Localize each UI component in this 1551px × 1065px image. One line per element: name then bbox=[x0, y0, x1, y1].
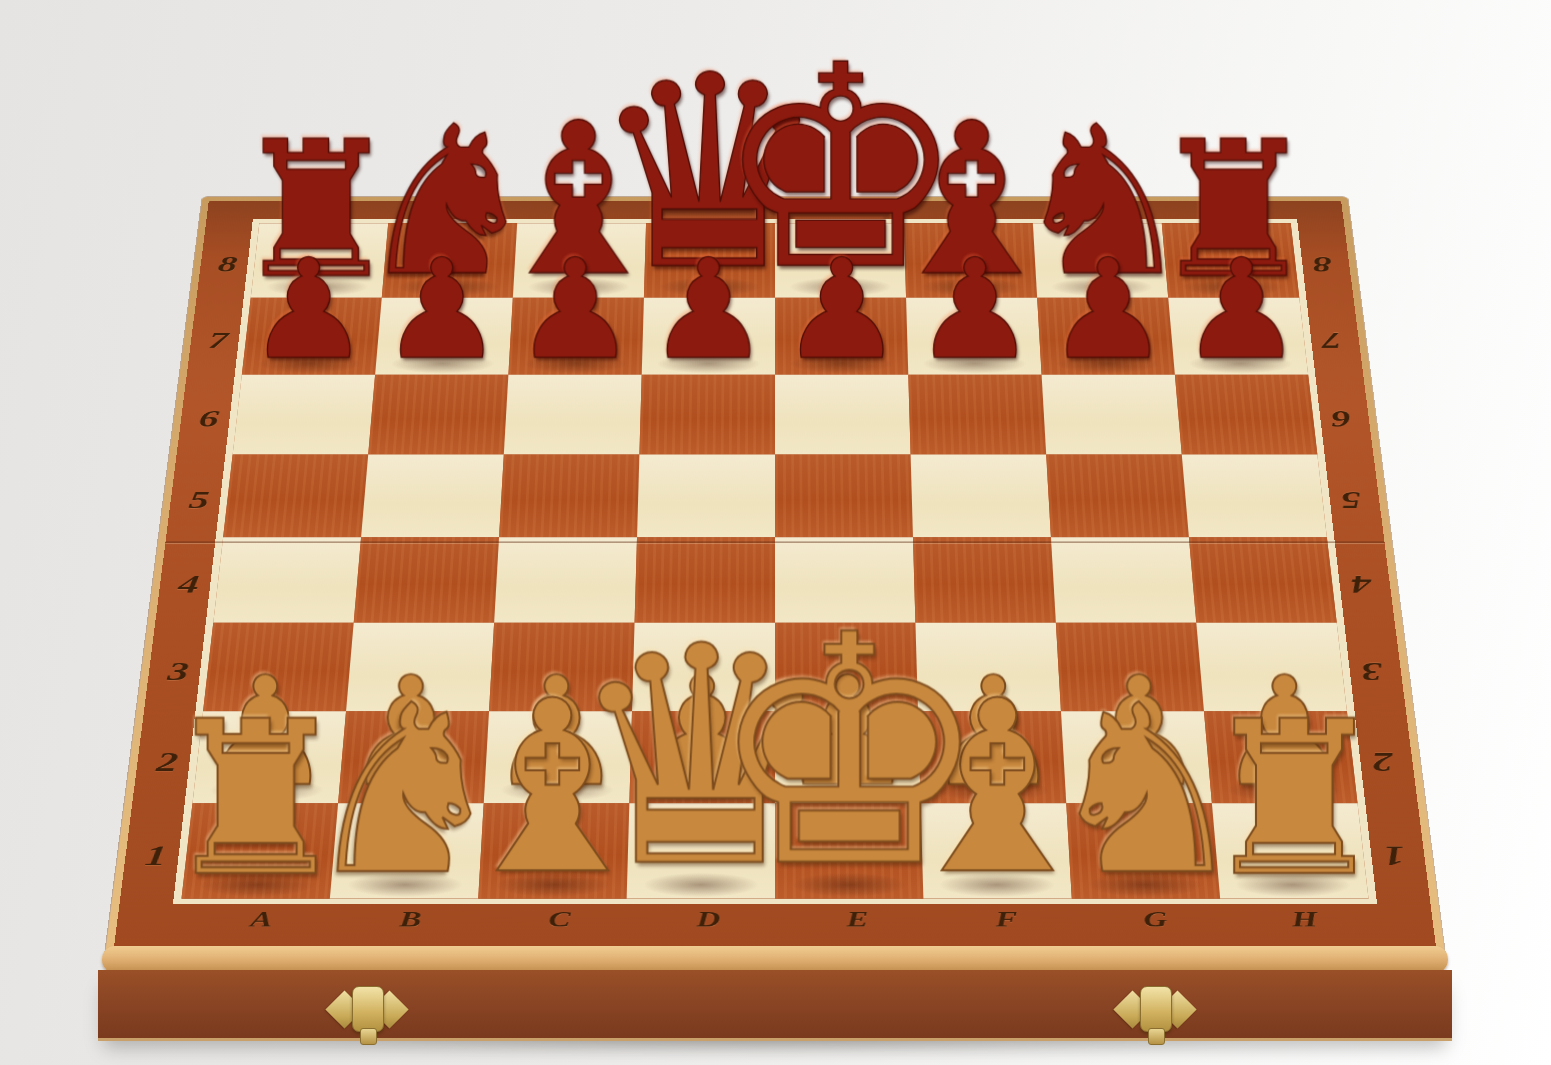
square-d7[interactable]: ♟ bbox=[642, 298, 775, 375]
piece-light-knight-g1[interactable]: ♞ bbox=[1042, 684, 1250, 898]
file-label-b: B bbox=[399, 907, 423, 931]
file-label-e: E bbox=[846, 907, 868, 931]
piece-light-knight-b1[interactable]: ♞ bbox=[300, 684, 508, 898]
piece-dark-pawn-d7[interactable]: ♟ bbox=[647, 247, 770, 374]
square-g4[interactable] bbox=[1051, 537, 1196, 623]
square-a7[interactable]: ♟ bbox=[242, 298, 382, 375]
square-h7[interactable]: ♟ bbox=[1168, 298, 1308, 375]
piece-dark-pawn-g7[interactable]: ♟ bbox=[1046, 247, 1169, 374]
square-g7[interactable]: ♟ bbox=[1037, 298, 1175, 375]
piece-light-king-e1[interactable]: ♚ bbox=[707, 606, 991, 897]
piece-dark-pawn-e7[interactable]: ♟ bbox=[780, 247, 903, 374]
file-labels: ABCDEFGH bbox=[185, 905, 1380, 934]
clasp-plate-icon bbox=[1140, 986, 1172, 1032]
square-c5[interactable] bbox=[499, 455, 639, 538]
clasp-hasp-icon bbox=[1148, 1028, 1165, 1045]
square-h4[interactable] bbox=[1189, 537, 1337, 623]
clasp-left bbox=[329, 986, 405, 1046]
square-g5[interactable] bbox=[1046, 455, 1189, 538]
square-b4[interactable] bbox=[354, 537, 499, 623]
square-g1[interactable]: ♞ bbox=[1066, 803, 1220, 898]
piece-dark-pawn-f7[interactable]: ♟ bbox=[913, 247, 1036, 374]
clasp-right bbox=[1117, 986, 1193, 1046]
rank-label-right-7: 7 bbox=[1320, 327, 1343, 353]
square-f6[interactable] bbox=[908, 375, 1046, 455]
square-f7[interactable]: ♟ bbox=[906, 298, 1042, 375]
board-front-face bbox=[98, 970, 1452, 1041]
rank-label-right-6: 6 bbox=[1330, 405, 1353, 432]
clasp-plate-icon bbox=[352, 986, 384, 1032]
piece-dark-pawn-b7[interactable]: ♟ bbox=[380, 247, 503, 374]
square-h5[interactable] bbox=[1182, 455, 1327, 538]
piece-dark-pawn-h7[interactable]: ♟ bbox=[1180, 247, 1303, 374]
square-e1[interactable]: ♚ bbox=[775, 803, 923, 898]
chess-board: ♜♞♝♛♚♝♞♜♟♟♟♟♟♟♟♟♟♟♟♟♟♟♟♟♜♞♝♛♚♝♞♜ ABCDEFG… bbox=[105, 197, 1445, 955]
mahogany-frame: ♜♞♝♛♚♝♞♜♟♟♟♟♟♟♟♟♟♟♟♟♟♟♟♟♜♞♝♛♚♝♞♜ ABCDEFG… bbox=[114, 201, 1437, 950]
square-b6[interactable] bbox=[368, 375, 508, 455]
rank-label-left-5: 5 bbox=[187, 486, 210, 514]
rank-label-left-7: 7 bbox=[207, 327, 230, 353]
square-h6[interactable] bbox=[1175, 375, 1317, 455]
piece-dark-pawn-c7[interactable]: ♟ bbox=[513, 247, 636, 374]
square-d6[interactable] bbox=[639, 375, 775, 455]
square-b1[interactable]: ♞ bbox=[330, 803, 484, 898]
clasp-hasp-icon bbox=[360, 1028, 377, 1045]
square-b5[interactable] bbox=[361, 455, 504, 538]
file-label-h: H bbox=[1290, 907, 1318, 931]
fold-seam bbox=[165, 542, 1384, 544]
square-e6[interactable] bbox=[775, 375, 911, 455]
square-d5[interactable] bbox=[637, 455, 775, 538]
square-f5[interactable] bbox=[911, 455, 1051, 538]
rank-label-right-5: 5 bbox=[1339, 486, 1362, 514]
rank-label-right-4: 4 bbox=[1349, 569, 1373, 598]
file-label-a: A bbox=[249, 907, 273, 931]
rank-label-left-6: 6 bbox=[197, 405, 220, 432]
oak-edge-strip bbox=[102, 946, 1448, 973]
rank-label-left-4: 4 bbox=[177, 569, 201, 598]
file-label-c: C bbox=[548, 907, 571, 931]
piece-dark-pawn-a7[interactable]: ♟ bbox=[247, 247, 370, 374]
square-b7[interactable]: ♟ bbox=[375, 298, 513, 375]
square-a5[interactable] bbox=[223, 455, 368, 538]
square-c7[interactable]: ♟ bbox=[508, 298, 644, 375]
square-a6[interactable] bbox=[233, 375, 375, 455]
square-e5[interactable] bbox=[775, 455, 913, 538]
square-e7[interactable]: ♟ bbox=[775, 298, 908, 375]
square-c6[interactable] bbox=[504, 375, 642, 455]
playing-area: ♜♞♝♛♚♝♞♜♟♟♟♟♟♟♟♟♟♟♟♟♟♟♟♟♜♞♝♛♚♝♞♜ bbox=[173, 219, 1377, 904]
file-label-f: F bbox=[995, 907, 1018, 931]
file-label-g: G bbox=[1143, 907, 1168, 931]
chess-set-photo: ♜♞♝♛♚♝♞♜♟♟♟♟♟♟♟♟♟♟♟♟♟♟♟♟♜♞♝♛♚♝♞♜ ABCDEFG… bbox=[0, 0, 1551, 1065]
square-a4[interactable] bbox=[213, 537, 361, 623]
perspective-wrapper: ♜♞♝♛♚♝♞♜♟♟♟♟♟♟♟♟♟♟♟♟♟♟♟♟♜♞♝♛♚♝♞♜ ABCDEFG… bbox=[0, 0, 1551, 1065]
square-g6[interactable] bbox=[1042, 375, 1182, 455]
file-label-d: D bbox=[696, 907, 720, 931]
